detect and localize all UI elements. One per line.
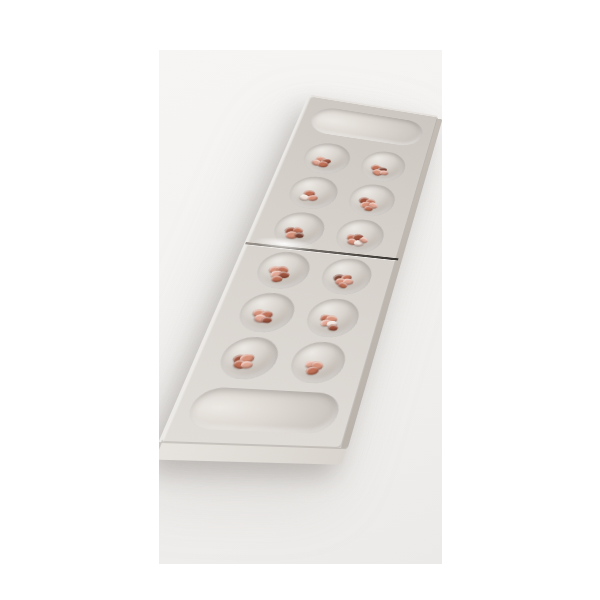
stone-pink bbox=[240, 361, 254, 369]
stone-copper bbox=[271, 275, 284, 282]
stone-rust bbox=[261, 316, 273, 323]
photo-background bbox=[159, 50, 442, 564]
pit-far-row1-left[interactable] bbox=[299, 140, 355, 176]
pit-far-row1-right[interactable] bbox=[357, 149, 409, 184]
pit-near-row1-right[interactable] bbox=[316, 256, 376, 296]
pit-near-row2-left[interactable] bbox=[233, 291, 300, 334]
pit-near-row2-right[interactable] bbox=[301, 297, 363, 339]
board-shadow-wrapper bbox=[159, 50, 442, 564]
stone-rust bbox=[328, 324, 340, 331]
pit-far-row2-left[interactable] bbox=[284, 174, 342, 211]
pit-near-row3-right[interactable] bbox=[285, 340, 351, 384]
pit-near-row1-left[interactable] bbox=[251, 250, 315, 291]
stone-copper bbox=[316, 161, 328, 168]
mancala-board bbox=[161, 96, 438, 448]
pit-far-row3-right[interactable] bbox=[331, 217, 388, 255]
stone-copper bbox=[363, 206, 373, 212]
pit-near-row3-left[interactable] bbox=[213, 335, 284, 381]
pit-far-row2-right[interactable] bbox=[344, 182, 399, 219]
stone-salmon bbox=[307, 195, 318, 200]
stone-copper bbox=[306, 366, 319, 375]
store-near[interactable] bbox=[182, 386, 344, 434]
store-far[interactable] bbox=[307, 106, 426, 148]
